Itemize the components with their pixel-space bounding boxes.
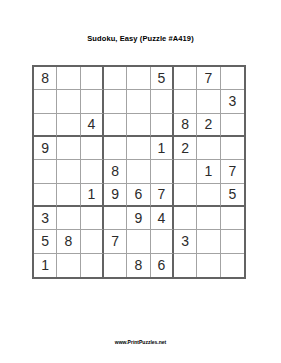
cell-r8c3 <box>81 230 104 253</box>
cell-r2c5 <box>127 90 150 113</box>
cell-r6c9: 5 <box>221 184 244 207</box>
cell-r7c9 <box>221 207 244 230</box>
cell-r2c9: 3 <box>221 90 244 113</box>
cell-r1c5 <box>127 67 150 90</box>
cell-r7c2 <box>57 207 80 230</box>
cell-r5c5 <box>127 160 150 183</box>
cell-r2c6 <box>151 90 174 113</box>
cell-r2c3 <box>81 90 104 113</box>
cell-r9c1: 1 <box>34 254 57 277</box>
cell-r8c2: 8 <box>57 230 80 253</box>
cell-r2c7 <box>174 90 197 113</box>
puzzle-title: Sudoku, Easy (Puzzle #A419) <box>0 34 281 43</box>
cell-r2c8 <box>197 90 220 113</box>
cell-r1c6: 5 <box>151 67 174 90</box>
cell-r8c1: 5 <box>34 230 57 253</box>
cell-r4c2 <box>57 137 80 160</box>
cell-r1c4 <box>104 67 127 90</box>
cell-r5c1 <box>34 160 57 183</box>
cell-r8c6 <box>151 230 174 253</box>
cell-r5c3 <box>81 160 104 183</box>
cell-r8c5 <box>127 230 150 253</box>
cell-r8c8 <box>197 230 220 253</box>
cell-r7c8 <box>197 207 220 230</box>
cell-r1c1: 8 <box>34 67 57 90</box>
cell-r7c4 <box>104 207 127 230</box>
cell-r3c2 <box>57 114 80 137</box>
cell-r1c7 <box>174 67 197 90</box>
cell-r7c3 <box>81 207 104 230</box>
cell-r4c3 <box>81 137 104 160</box>
cell-r4c6: 1 <box>151 137 174 160</box>
cell-r4c9 <box>221 137 244 160</box>
cell-r3c8: 2 <box>197 114 220 137</box>
cell-r1c8: 7 <box>197 67 220 90</box>
cell-r2c1 <box>34 90 57 113</box>
cell-r6c1 <box>34 184 57 207</box>
cell-r8c9 <box>221 230 244 253</box>
cell-r2c4 <box>104 90 127 113</box>
cell-r5c2 <box>57 160 80 183</box>
cell-r5c7 <box>174 160 197 183</box>
cell-r8c4: 7 <box>104 230 127 253</box>
sudoku-board: 8573482912817196753945873186 <box>32 65 246 279</box>
cell-r3c3: 4 <box>81 114 104 137</box>
cell-r4c4 <box>104 137 127 160</box>
cell-r1c2 <box>57 67 80 90</box>
cell-r3c9 <box>221 114 244 137</box>
cell-r9c4 <box>104 254 127 277</box>
cell-r7c6: 4 <box>151 207 174 230</box>
cell-r6c2 <box>57 184 80 207</box>
cell-r8c7: 3 <box>174 230 197 253</box>
cell-r4c8 <box>197 137 220 160</box>
cell-r6c3: 1 <box>81 184 104 207</box>
cell-r6c5: 6 <box>127 184 150 207</box>
cell-r7c7 <box>174 207 197 230</box>
cell-r9c2 <box>57 254 80 277</box>
cell-r6c4: 9 <box>104 184 127 207</box>
cell-r3c5 <box>127 114 150 137</box>
cell-r4c5 <box>127 137 150 160</box>
cell-r5c9: 7 <box>221 160 244 183</box>
cell-r3c7: 8 <box>174 114 197 137</box>
cell-r9c6: 6 <box>151 254 174 277</box>
cell-r9c8 <box>197 254 220 277</box>
cell-r9c9 <box>221 254 244 277</box>
cell-r2c2 <box>57 90 80 113</box>
cell-r5c8: 1 <box>197 160 220 183</box>
cell-r3c4 <box>104 114 127 137</box>
cell-r3c6 <box>151 114 174 137</box>
cell-r9c7 <box>174 254 197 277</box>
cell-r4c7: 2 <box>174 137 197 160</box>
cell-r7c5: 9 <box>127 207 150 230</box>
cell-r5c4: 8 <box>104 160 127 183</box>
cell-r1c9 <box>221 67 244 90</box>
footer-url: www.PrintPuzzles.net <box>0 339 281 345</box>
cell-r7c1: 3 <box>34 207 57 230</box>
cell-r3c1 <box>34 114 57 137</box>
cell-r9c3 <box>81 254 104 277</box>
cell-r5c6 <box>151 160 174 183</box>
cell-r1c3 <box>81 67 104 90</box>
cell-r6c8 <box>197 184 220 207</box>
cell-r6c7 <box>174 184 197 207</box>
cell-r9c5: 8 <box>127 254 150 277</box>
cell-r6c6: 7 <box>151 184 174 207</box>
cell-r4c1: 9 <box>34 137 57 160</box>
